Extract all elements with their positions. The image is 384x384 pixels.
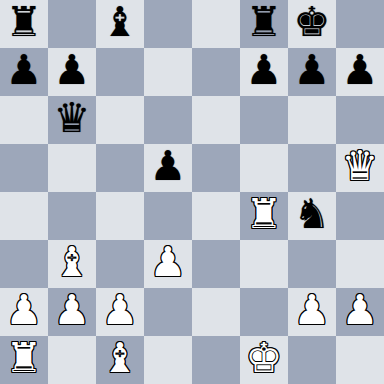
piece-black-rook[interactable]: ♜ [6, 0, 43, 46]
square-b5[interactable] [48, 144, 96, 192]
square-d1[interactable] [144, 336, 192, 384]
piece-black-pawn[interactable]: ♟ [54, 46, 91, 94]
square-g4[interactable]: ♞ [288, 192, 336, 240]
piece-white-pawn[interactable]: ♟ [102, 286, 139, 334]
square-e7[interactable] [192, 48, 240, 96]
square-d6[interactable] [144, 96, 192, 144]
piece-black-pawn[interactable]: ♟ [150, 142, 187, 190]
square-c4[interactable] [96, 192, 144, 240]
piece-black-king[interactable]: ♚ [294, 0, 331, 46]
square-d5[interactable]: ♟ [144, 144, 192, 192]
square-b2[interactable]: ♟ [48, 288, 96, 336]
square-a4[interactable] [0, 192, 48, 240]
square-b4[interactable] [48, 192, 96, 240]
square-e8[interactable] [192, 0, 240, 48]
chess-board: ♜♝♜♚♟♟♟♟♟♛♟♛♜♞♝♟♟♟♟♟♟♜♝♚ [0, 0, 384, 384]
square-g5[interactable] [288, 144, 336, 192]
square-b3[interactable]: ♝ [48, 240, 96, 288]
square-f7[interactable]: ♟ [240, 48, 288, 96]
square-f1[interactable]: ♚ [240, 336, 288, 384]
square-b6[interactable]: ♛ [48, 96, 96, 144]
square-a2[interactable]: ♟ [0, 288, 48, 336]
square-h8[interactable] [336, 0, 384, 48]
piece-white-rook[interactable]: ♜ [246, 190, 283, 238]
square-g2[interactable]: ♟ [288, 288, 336, 336]
square-c8[interactable]: ♝ [96, 0, 144, 48]
square-a7[interactable]: ♟ [0, 48, 48, 96]
square-e4[interactable] [192, 192, 240, 240]
piece-black-pawn[interactable]: ♟ [246, 46, 283, 94]
square-d4[interactable] [144, 192, 192, 240]
square-h3[interactable] [336, 240, 384, 288]
square-c7[interactable] [96, 48, 144, 96]
piece-white-king[interactable]: ♚ [246, 334, 283, 382]
square-d3[interactable]: ♟ [144, 240, 192, 288]
square-f3[interactable] [240, 240, 288, 288]
square-e6[interactable] [192, 96, 240, 144]
square-g7[interactable]: ♟ [288, 48, 336, 96]
piece-black-knight[interactable]: ♞ [294, 190, 331, 238]
square-a1[interactable]: ♜ [0, 336, 48, 384]
square-d7[interactable] [144, 48, 192, 96]
square-g6[interactable] [288, 96, 336, 144]
piece-white-rook[interactable]: ♜ [6, 334, 43, 382]
piece-black-rook[interactable]: ♜ [246, 0, 283, 46]
square-c2[interactable]: ♟ [96, 288, 144, 336]
square-c6[interactable] [96, 96, 144, 144]
square-h2[interactable]: ♟ [336, 288, 384, 336]
square-e3[interactable] [192, 240, 240, 288]
square-d8[interactable] [144, 0, 192, 48]
square-c5[interactable] [96, 144, 144, 192]
square-f2[interactable] [240, 288, 288, 336]
square-a3[interactable] [0, 240, 48, 288]
square-h5[interactable]: ♛ [336, 144, 384, 192]
piece-black-bishop[interactable]: ♝ [102, 0, 139, 46]
piece-white-pawn[interactable]: ♟ [54, 286, 91, 334]
square-a5[interactable] [0, 144, 48, 192]
square-e1[interactable] [192, 336, 240, 384]
square-e2[interactable] [192, 288, 240, 336]
square-f8[interactable]: ♜ [240, 0, 288, 48]
piece-white-pawn[interactable]: ♟ [294, 286, 331, 334]
square-g1[interactable] [288, 336, 336, 384]
piece-black-pawn[interactable]: ♟ [6, 46, 43, 94]
piece-black-pawn[interactable]: ♟ [342, 46, 379, 94]
square-a8[interactable]: ♜ [0, 0, 48, 48]
square-a6[interactable] [0, 96, 48, 144]
square-f4[interactable]: ♜ [240, 192, 288, 240]
square-g3[interactable] [288, 240, 336, 288]
square-b7[interactable]: ♟ [48, 48, 96, 96]
square-h6[interactable] [336, 96, 384, 144]
square-f6[interactable] [240, 96, 288, 144]
piece-black-queen[interactable]: ♛ [54, 94, 91, 142]
piece-white-bishop[interactable]: ♝ [54, 238, 91, 286]
square-c1[interactable]: ♝ [96, 336, 144, 384]
square-h4[interactable] [336, 192, 384, 240]
square-h1[interactable] [336, 336, 384, 384]
square-e5[interactable] [192, 144, 240, 192]
square-g8[interactable]: ♚ [288, 0, 336, 48]
square-b8[interactable] [48, 0, 96, 48]
square-d2[interactable] [144, 288, 192, 336]
piece-white-pawn[interactable]: ♟ [342, 286, 379, 334]
square-c3[interactable] [96, 240, 144, 288]
piece-white-pawn[interactable]: ♟ [150, 238, 187, 286]
piece-white-bishop[interactable]: ♝ [102, 334, 139, 382]
piece-black-pawn[interactable]: ♟ [294, 46, 331, 94]
piece-white-pawn[interactable]: ♟ [6, 286, 43, 334]
square-h7[interactable]: ♟ [336, 48, 384, 96]
square-f5[interactable] [240, 144, 288, 192]
piece-white-queen[interactable]: ♛ [342, 142, 379, 190]
square-b1[interactable] [48, 336, 96, 384]
